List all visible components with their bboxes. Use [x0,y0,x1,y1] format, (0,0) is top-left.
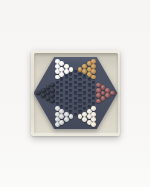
board-hole[interactable] [78,110,81,113]
marble-gray[interactable] [64,117,69,122]
marble-white[interactable] [69,67,74,72]
board-hole[interactable] [56,86,59,89]
marble-white[interactable] [64,69,69,74]
marble-ivory[interactable] [91,117,96,122]
game-box [31,50,120,136]
board-hole[interactable] [60,83,63,86]
product-photo [0,0,150,187]
marble-white[interactable] [64,64,69,69]
board-hole[interactable] [65,107,68,110]
board-hole[interactable] [83,102,86,105]
board-hole[interactable] [69,78,72,81]
board-hole[interactable] [56,97,59,100]
board-hole[interactable] [78,83,81,86]
board-hole[interactable] [65,102,68,105]
board-hole[interactable] [60,89,63,92]
board-hole[interactable] [74,113,77,116]
board-hole[interactable] [69,94,72,97]
board-hole[interactable] [88,78,91,81]
board-hole[interactable] [60,99,63,102]
marble-black[interactable] [50,88,55,93]
marble-black[interactable] [50,93,55,98]
marble-gold[interactable] [91,59,96,64]
board-hole[interactable] [74,97,77,100]
marble-gold[interactable] [91,64,96,69]
board-hole[interactable] [78,99,81,102]
board-hole[interactable] [65,86,68,89]
marble-black[interactable] [50,83,55,88]
board-hole[interactable] [69,83,72,86]
board-hole[interactable] [74,75,77,78]
marble-gray[interactable] [69,114,74,119]
marble-ivory[interactable] [91,112,96,117]
board-hole[interactable] [65,97,68,100]
board-hole[interactable] [88,105,91,108]
board-hole[interactable] [78,94,81,97]
marble-ivory[interactable] [91,106,96,111]
board-hole[interactable] [74,102,77,105]
board-hole[interactable] [69,105,72,108]
board-hole[interactable] [60,94,63,97]
board-hole[interactable] [78,78,81,81]
board-hole[interactable] [92,81,95,84]
board-hole[interactable] [56,102,59,105]
board-hole[interactable] [69,73,72,76]
board-hole[interactable] [83,107,86,110]
marble-gold[interactable] [91,75,96,80]
board-hole[interactable] [88,89,91,92]
board-hole[interactable] [88,94,91,97]
board-hole[interactable] [78,73,81,76]
board-hole[interactable] [83,75,86,78]
board-hole[interactable] [74,86,77,89]
board-hole[interactable] [92,97,95,100]
board-hole[interactable] [65,91,68,94]
board-hole[interactable] [92,86,95,89]
board-hole[interactable] [78,89,81,92]
board-hole[interactable] [83,91,86,94]
marble-gray[interactable] [64,112,69,117]
board-hole[interactable] [69,110,72,113]
board-hole[interactable] [78,105,81,108]
board-hole[interactable] [83,86,86,89]
board-hole[interactable] [74,81,77,84]
board-hole[interactable] [88,83,91,86]
board-hole[interactable] [74,70,77,73]
board-hole[interactable] [69,89,72,92]
board-hole[interactable] [65,81,68,84]
chinese-checkers-board [34,57,118,130]
board-shadow-wrap [34,57,118,130]
board-hole[interactable] [56,91,59,94]
board-hole[interactable] [60,78,63,81]
board-hole[interactable] [83,81,86,84]
marble-gold[interactable] [91,69,96,74]
board-hole[interactable] [92,102,95,105]
board-hole[interactable] [74,107,77,110]
marble-maroon[interactable] [110,91,115,96]
marble-ivory[interactable] [91,122,96,127]
board-hole[interactable] [74,91,77,94]
board-hole[interactable] [69,99,72,102]
board-hole[interactable] [92,91,95,94]
board-hole[interactable] [83,97,86,100]
board-hole[interactable] [56,81,59,84]
board-hole[interactable] [88,99,91,102]
board-hole[interactable] [65,75,68,78]
board-hole[interactable] [60,105,63,108]
marble-black[interactable] [50,99,55,104]
